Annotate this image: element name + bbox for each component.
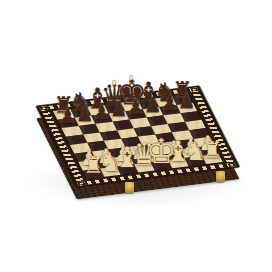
- clasp-icon-right: [216, 171, 225, 182]
- product-photo: ♜♞♝♛♚♝♞♜♟♟♟♟♟♟♟♟♟♟♟♟♟♟♟♟♜♞♝♛♚♝♞♜: [0, 0, 272, 272]
- clasp-icon-left: [125, 182, 134, 193]
- frame-corner-icon: [77, 181, 85, 185]
- piece-white-rook: ♜: [197, 139, 227, 162]
- frame-corner-icon: [227, 163, 235, 167]
- piece-black-pawn: ♟: [172, 91, 202, 111]
